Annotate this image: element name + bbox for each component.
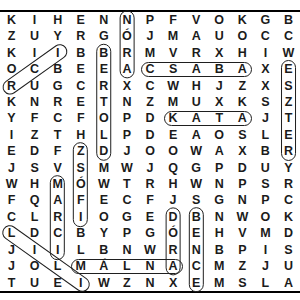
grid-cell[interactable]: V — [231, 225, 254, 241]
grid-cell[interactable]: R — [46, 209, 69, 225]
grid-cell[interactable]: K — [231, 94, 254, 110]
grid-cell[interactable]: I — [0, 127, 23, 143]
grid-cell[interactable]: K — [277, 209, 300, 225]
grid-cell[interactable]: S — [23, 160, 46, 176]
grid-cell[interactable]: D — [138, 110, 161, 126]
grid-cell[interactable]: Z — [23, 127, 46, 143]
word-search-board: KIHENNPFVOKGBZUYRGÓJMAUOCCKIIBBRMVRXHIWO… — [0, 0, 300, 300]
grid-cell[interactable]: M — [208, 275, 231, 291]
grid-cell[interactable]: Ó — [162, 225, 185, 241]
grid-cell[interactable]: R — [277, 176, 300, 192]
grid-cell[interactable]: U — [277, 258, 300, 274]
grid-cell[interactable]: P — [231, 176, 254, 192]
grid-cell[interactable]: L — [92, 127, 115, 143]
grid-cell[interactable]: Z — [69, 143, 92, 159]
grid-cell[interactable]: U — [23, 275, 46, 291]
grid-cell[interactable]: M — [92, 160, 115, 176]
grid-cell[interactable]: R — [185, 45, 208, 61]
grid-cell[interactable]: D — [92, 143, 115, 159]
grid-cell[interactable]: X — [208, 94, 231, 110]
grid-cell[interactable]: M — [46, 176, 69, 192]
grid-cell[interactable]: J — [254, 110, 277, 126]
grid-cell[interactable]: E — [69, 61, 92, 77]
grid-cell[interactable]: J — [138, 28, 161, 44]
grid-cell[interactable]: C — [277, 193, 300, 209]
grid-cell[interactable]: W — [0, 176, 23, 192]
grid-cell[interactable]: E — [185, 225, 208, 241]
grid-cell[interactable]: O — [162, 143, 185, 159]
grid-cell[interactable]: G — [138, 225, 161, 241]
grid-cell[interactable]: W — [185, 143, 208, 159]
grid-cell[interactable]: P — [115, 225, 138, 241]
grid-cell[interactable]: D — [162, 209, 185, 225]
grid-cell[interactable]: P — [115, 127, 138, 143]
board-bottom-border — [0, 291, 300, 293]
grid-cell[interactable]: F — [69, 110, 92, 126]
grid-cell[interactable]: I — [23, 242, 46, 258]
grid-cell[interactable]: L — [23, 209, 46, 225]
grid-cell[interactable]: C — [46, 110, 69, 126]
grid-cell[interactable]: P — [138, 12, 161, 28]
grid-cell[interactable]: O — [208, 127, 231, 143]
grid-cell[interactable]: W — [277, 45, 300, 61]
grid-cell[interactable]: Y — [0, 110, 23, 126]
grid-cell[interactable]: W — [185, 176, 208, 192]
grid-cell[interactable]: T — [208, 110, 231, 126]
grid-cell[interactable]: W — [231, 209, 254, 225]
grid-cell[interactable]: L — [115, 258, 138, 274]
grid-cell[interactable]: I — [69, 275, 92, 291]
grid-cell[interactable]: V — [185, 12, 208, 28]
grid-cell[interactable]: G — [92, 28, 115, 44]
grid-cell[interactable]: Z — [277, 94, 300, 110]
grid-cell[interactable]: H — [162, 176, 185, 192]
grid-cell[interactable]: I — [69, 209, 92, 225]
grid-cell[interactable]: D — [138, 127, 161, 143]
grid-cell[interactable]: B — [208, 61, 231, 77]
grid-cell[interactable]: D — [23, 225, 46, 241]
grid-cell[interactable]: N — [115, 94, 138, 110]
grid-cell[interactable]: X — [208, 45, 231, 61]
grid-cell[interactable]: A — [162, 258, 185, 274]
grid-cell[interactable]: R — [115, 45, 138, 61]
grid-cell[interactable]: E — [162, 127, 185, 143]
grid-cell[interactable]: E — [46, 275, 69, 291]
grid-cell[interactable]: A — [277, 275, 300, 291]
grid-cell[interactable]: J — [208, 78, 231, 94]
grid-cell[interactable]: T — [115, 176, 138, 192]
grid-cell[interactable]: N — [115, 242, 138, 258]
grid-cell[interactable]: D — [23, 143, 46, 159]
grid-cell[interactable]: I — [254, 242, 277, 258]
grid-cell[interactable]: K — [0, 45, 23, 61]
grid-cell[interactable]: C — [138, 78, 161, 94]
grid-cell[interactable]: O — [254, 209, 277, 225]
grid-cell[interactable]: W — [115, 160, 138, 176]
grid-cell[interactable]: C — [69, 78, 92, 94]
grid-cell[interactable]: Q — [23, 193, 46, 209]
grid-cell[interactable]: F — [162, 12, 185, 28]
grid-cell[interactable]: B — [208, 242, 231, 258]
grid-cell[interactable]: U — [185, 94, 208, 110]
grid-cell[interactable]: H — [69, 127, 92, 143]
grid-cell[interactable]: F — [69, 193, 92, 209]
grid-cell[interactable]: N — [231, 193, 254, 209]
grid-cell[interactable]: T — [277, 110, 300, 126]
grid-cell[interactable]: P — [208, 160, 231, 176]
grid-cell[interactable]: M — [208, 258, 231, 274]
grid-cell[interactable]: S — [254, 94, 277, 110]
grid-cell[interactable]: S — [185, 193, 208, 209]
grid-cell[interactable]: X — [115, 78, 138, 94]
grid-cell[interactable]: H — [231, 45, 254, 61]
grid-cell[interactable]: O — [23, 258, 46, 274]
grid-cell[interactable]: C — [185, 258, 208, 274]
grid-cell[interactable]: V — [46, 160, 69, 176]
grid-cell[interactable]: I — [254, 45, 277, 61]
grid-cell[interactable]: J — [0, 242, 23, 258]
grid-cell[interactable]: I — [23, 12, 46, 28]
grid-cell[interactable]: E — [277, 127, 300, 143]
grid-cell[interactable]: U — [23, 28, 46, 44]
grid-cell[interactable]: N — [138, 258, 161, 274]
grid-cell[interactable]: Z — [231, 258, 254, 274]
grid-cell[interactable]: A — [185, 28, 208, 44]
grid-cell[interactable]: I — [23, 45, 46, 61]
grid-cell[interactable]: O — [92, 110, 115, 126]
grid-cell[interactable]: R — [277, 143, 300, 159]
grid-cell[interactable]: C — [277, 28, 300, 44]
grid-cell[interactable]: K — [231, 12, 254, 28]
grid-cell[interactable]: M — [254, 225, 277, 241]
grid-cell[interactable]: N — [208, 176, 231, 192]
grid-cell[interactable]: B — [46, 61, 69, 77]
grid-cell[interactable]: Z — [0, 28, 23, 44]
grid-cell[interactable]: L — [254, 127, 277, 143]
grid-cell[interactable]: K — [0, 94, 23, 110]
grid-cell[interactable]: K — [0, 12, 23, 28]
grid-cell[interactable]: I — [46, 45, 69, 61]
grid-cell[interactable]: B — [92, 242, 115, 258]
grid-cell[interactable]: C — [46, 225, 69, 241]
grid-cell[interactable]: P — [254, 193, 277, 209]
grid-cell[interactable]: E — [185, 275, 208, 291]
grid-cell[interactable]: J — [162, 193, 185, 209]
grid-cell[interactable]: N — [208, 209, 231, 225]
grid-cell[interactable]: A — [185, 127, 208, 143]
grid-cell[interactable]: E — [138, 209, 161, 225]
grid-cell[interactable]: G — [115, 209, 138, 225]
grid-cell[interactable]: E — [0, 143, 23, 159]
grid-cell[interactable]: O — [138, 143, 161, 159]
grid-cell[interactable]: A — [231, 61, 254, 77]
grid-cell[interactable]: K — [162, 110, 185, 126]
grid-cell[interactable]: R — [0, 78, 23, 94]
grid-cell[interactable]: Z — [138, 94, 161, 110]
grid-cell[interactable]: S — [277, 242, 300, 258]
grid-cell[interactable]: A — [231, 110, 254, 126]
grid-cell[interactable]: Z — [115, 275, 138, 291]
grid-cell[interactable]: L — [0, 225, 23, 241]
grid-cell[interactable]: I — [46, 242, 69, 258]
grid-cell[interactable]: S — [69, 160, 92, 176]
grid-cell[interactable]: H — [208, 225, 231, 241]
grid-cell[interactable]: X — [254, 61, 277, 77]
grid-cell[interactable]: Y — [46, 28, 69, 44]
grid-cell[interactable]: R — [69, 28, 92, 44]
grid-cell[interactable]: A — [46, 193, 69, 209]
grid-cell[interactable]: S — [254, 176, 277, 192]
grid-cell[interactable]: M — [69, 258, 92, 274]
grid-cell[interactable]: B — [69, 45, 92, 61]
grid-cell[interactable]: O — [0, 61, 23, 77]
grid-cell[interactable]: P — [115, 110, 138, 126]
grid-cell[interactable]: N — [138, 275, 161, 291]
grid-cell[interactable]: M — [162, 28, 185, 44]
grid-cell[interactable]: B — [254, 143, 277, 159]
grid-cell[interactable]: S — [231, 127, 254, 143]
grid-cell[interactable]: E — [92, 61, 115, 77]
grid-cell[interactable]: G — [208, 193, 231, 209]
grid-cell[interactable]: Z — [231, 78, 254, 94]
grid-cell[interactable]: F — [138, 193, 161, 209]
grid-cell[interactable]: G — [254, 12, 277, 28]
grid-cell[interactable]: B — [277, 12, 300, 28]
grid-cell[interactable]: B — [92, 45, 115, 61]
grid-cell[interactable]: Y — [277, 160, 300, 176]
grid-cell[interactable]: R — [46, 94, 69, 110]
grid-cell[interactable]: B — [185, 209, 208, 225]
grid-cell[interactable]: U — [208, 28, 231, 44]
grid-cell[interactable]: J — [138, 160, 161, 176]
grid-cell[interactable]: C — [23, 61, 46, 77]
grid-cell[interactable]: J — [0, 160, 23, 176]
grid-cell[interactable]: U — [23, 78, 46, 94]
grid-cell[interactable]: S — [277, 78, 300, 94]
grid-cell[interactable]: L — [69, 242, 92, 258]
grid-cell[interactable]: Ó — [115, 28, 138, 44]
grid-cell[interactable]: Y — [92, 225, 115, 241]
grid-cell[interactable]: P — [231, 242, 254, 258]
grid-cell[interactable]: A — [185, 61, 208, 77]
grid-cell[interactable]: M — [138, 45, 161, 61]
grid-cell[interactable]: Á — [92, 258, 115, 274]
grid-cell[interactable]: A — [208, 143, 231, 159]
grid-cell[interactable]: S — [231, 275, 254, 291]
grid-cell[interactable]: T — [46, 127, 69, 143]
letter-grid: KIHENNPFVOKGBZUYRGÓJMAUOCCKIIBBRMVRXHIWO… — [0, 12, 300, 291]
grid-cell[interactable]: X — [162, 275, 185, 291]
grid-cell[interactable]: H — [46, 12, 69, 28]
grid-cell[interactable]: O — [92, 209, 115, 225]
grid-cell[interactable]: R — [138, 176, 161, 192]
grid-cell[interactable]: V — [162, 45, 185, 61]
grid-cell[interactable]: O — [208, 12, 231, 28]
grid-cell[interactable]: E — [69, 12, 92, 28]
grid-cell[interactable]: G — [46, 78, 69, 94]
grid-cell[interactable]: C — [254, 28, 277, 44]
grid-cell[interactable]: H — [23, 176, 46, 192]
grid-cell[interactable]: N — [23, 94, 46, 110]
grid-cell[interactable]: U — [254, 160, 277, 176]
grid-cell[interactable]: J — [115, 143, 138, 159]
grid-cell[interactable]: N — [115, 12, 138, 28]
grid-cell[interactable]: C — [115, 193, 138, 209]
grid-cell[interactable]: O — [231, 28, 254, 44]
grid-cell[interactable]: D — [277, 225, 300, 241]
grid-cell[interactable]: W — [138, 242, 161, 258]
grid-cell[interactable]: W — [92, 176, 115, 192]
grid-cell[interactable]: Ó — [69, 176, 92, 192]
grid-cell[interactable]: C — [0, 209, 23, 225]
grid-cell[interactable]: L — [254, 275, 277, 291]
grid-cell[interactable]: S — [162, 61, 185, 77]
grid-cell[interactable]: G — [185, 160, 208, 176]
grid-cell[interactable]: X — [231, 143, 254, 159]
grid-cell[interactable]: Q — [162, 160, 185, 176]
grid-cell[interactable]: N — [185, 242, 208, 258]
grid-cell[interactable]: T — [0, 275, 23, 291]
grid-cell[interactable]: C — [138, 61, 161, 77]
grid-cell[interactable]: J — [254, 258, 277, 274]
grid-cell[interactable]: R — [92, 78, 115, 94]
grid-cell[interactable]: M — [162, 94, 185, 110]
grid-cell[interactable]: E — [92, 193, 115, 209]
grid-cell[interactable]: F — [0, 193, 23, 209]
grid-cell[interactable]: W — [162, 78, 185, 94]
grid-cell[interactable]: B — [69, 225, 92, 241]
grid-cell[interactable]: A — [185, 110, 208, 126]
grid-cell[interactable]: J — [0, 258, 23, 274]
grid-cell[interactable]: F — [23, 110, 46, 126]
grid-cell[interactable]: E — [69, 94, 92, 110]
grid-cell[interactable]: A — [115, 61, 138, 77]
grid-cell[interactable]: N — [92, 12, 115, 28]
grid-cell[interactable]: W — [92, 275, 115, 291]
grid-cell[interactable]: R — [162, 242, 185, 258]
grid-cell[interactable]: F — [46, 143, 69, 159]
grid-cell[interactable]: X — [254, 78, 277, 94]
grid-cell[interactable]: H — [185, 78, 208, 94]
grid-cell[interactable]: E — [277, 61, 300, 77]
grid-cell[interactable]: T — [92, 94, 115, 110]
grid-cell[interactable]: D — [231, 160, 254, 176]
grid-cell[interactable]: L — [46, 258, 69, 274]
